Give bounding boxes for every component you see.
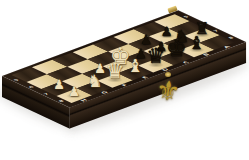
coord-label-6: 6 xyxy=(27,85,35,88)
coord-label-5: 5 xyxy=(12,78,20,81)
coord-label-7: 7 xyxy=(42,92,50,95)
chess-set-product-photo: HGFEDCBA56785678 ♜♟♞♟♝♟♚♟♛♚♝♟♛♞♟♟ ⚜ xyxy=(0,0,249,160)
coord-label-8: 8 xyxy=(57,99,65,102)
clasp-ornament-icon: ⚜ xyxy=(155,76,182,105)
brass-clasp: ⚜ xyxy=(150,74,186,108)
